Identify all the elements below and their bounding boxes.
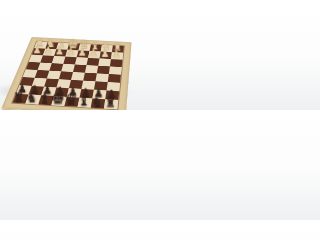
chessboard: ♜♞♝♚♛♝♞♜♟♟♟♟♟♟♟♟♟♟♟♟♟♟♟♟♜♞♝♚♛♝♞♜ [1, 37, 131, 110]
chess-piece: ♜ [105, 97, 116, 109]
chess-piece: ♟ [101, 49, 110, 59]
chess-piece: ♟ [33, 46, 42, 55]
square [47, 71, 61, 80]
chess-piece: ♟ [67, 47, 76, 57]
chess-piece: ♚ [51, 90, 65, 105]
chess-piece: ♟ [112, 50, 121, 60]
chess-piece: ♝ [78, 94, 90, 107]
square [109, 66, 122, 74]
chess-piece: ♟ [78, 48, 87, 58]
square: ♜ [104, 99, 118, 109]
square: ♟ [111, 52, 123, 60]
chess-piece: ♟ [89, 49, 98, 59]
chess-piece: ♜ [14, 91, 25, 103]
chess-set-photo: ♜♞♝♚♛♝♞♜♟♟♟♟♟♟♟♟♟♟♟♟♟♟♟♟♜♞♝♚♛♝♞♜ [0, 0, 150, 110]
board-grid: ♜♞♝♚♛♝♞♜♟♟♟♟♟♟♟♟♟♟♟♟♟♟♟♟♜♞♝♚♛♝♞♜ [13, 42, 124, 110]
chess-piece: ♟ [44, 46, 53, 56]
chess-piece: ♞ [92, 96, 103, 108]
chess-piece: ♛ [65, 92, 78, 106]
chess-piece: ♝ [39, 92, 51, 105]
chess-piece: ♟ [55, 47, 64, 57]
chess-piece: ♞ [26, 92, 37, 104]
